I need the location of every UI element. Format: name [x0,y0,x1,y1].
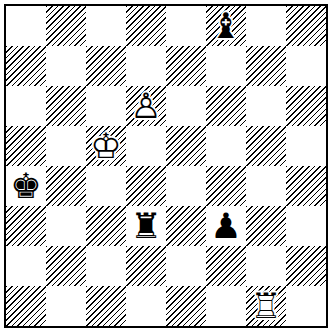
piece-white-pawn: ♙ [126,86,166,126]
square-g8[interactable] [246,6,286,46]
square-e3[interactable] [166,206,206,246]
square-f4[interactable] [206,166,246,206]
piece-halo: ♚ [6,166,46,206]
square-g3[interactable] [246,206,286,246]
piece-black-king: ♚ [6,166,46,206]
square-h2[interactable] [286,246,326,286]
piece-halo: ♚ [86,126,126,166]
square-g7[interactable] [246,46,286,86]
square-c8[interactable] [86,6,126,46]
square-f1[interactable] [206,286,246,326]
square-d3[interactable]: ♜♜ [126,206,166,246]
square-g6[interactable] [246,86,286,126]
square-e8[interactable] [166,6,206,46]
square-d2[interactable] [126,246,166,286]
square-d1[interactable] [126,286,166,326]
square-a6[interactable] [6,86,46,126]
square-b6[interactable] [46,86,86,126]
square-f2[interactable] [206,246,246,286]
square-f3[interactable]: ♟♟ [206,206,246,246]
square-b3[interactable] [46,206,86,246]
square-c5[interactable]: ♚♔ [86,126,126,166]
square-e1[interactable] [166,286,206,326]
square-d8[interactable] [126,6,166,46]
square-g1[interactable]: ♜♖ [246,286,286,326]
square-a8[interactable] [6,6,46,46]
square-g4[interactable] [246,166,286,206]
square-b4[interactable] [46,166,86,206]
square-a7[interactable] [6,46,46,86]
square-b2[interactable] [46,246,86,286]
square-c2[interactable] [86,246,126,286]
piece-white-king: ♔ [86,126,126,166]
square-c7[interactable] [86,46,126,86]
square-e5[interactable] [166,126,206,166]
square-g2[interactable] [246,246,286,286]
square-f7[interactable] [206,46,246,86]
square-f6[interactable] [206,86,246,126]
piece-black-pawn: ♟ [206,206,246,246]
square-c1[interactable] [86,286,126,326]
piece-black-bishop: ♝ [206,6,246,46]
square-h6[interactable] [286,86,326,126]
square-c4[interactable] [86,166,126,206]
square-a2[interactable] [6,246,46,286]
square-h3[interactable] [286,206,326,246]
square-e2[interactable] [166,246,206,286]
square-g5[interactable] [246,126,286,166]
square-d7[interactable] [126,46,166,86]
square-h7[interactable] [286,46,326,86]
chess-diagram: ♝♝♟♙♚♔♚♚♜♜♟♟♜♖ [0,0,332,332]
square-e6[interactable] [166,86,206,126]
square-c6[interactable] [86,86,126,126]
square-f8[interactable]: ♝♝ [206,6,246,46]
square-c3[interactable] [86,206,126,246]
piece-black-rook: ♜ [126,206,166,246]
piece-halo: ♟ [206,206,246,246]
square-b8[interactable] [46,6,86,46]
piece-white-rook: ♖ [246,286,286,326]
square-a3[interactable] [6,206,46,246]
square-b1[interactable] [46,286,86,326]
square-d4[interactable] [126,166,166,206]
square-h5[interactable] [286,126,326,166]
square-d5[interactable] [126,126,166,166]
square-f5[interactable] [206,126,246,166]
chessboard: ♝♝♟♙♚♔♚♚♜♜♟♟♜♖ [4,4,328,328]
square-h8[interactable] [286,6,326,46]
square-d6[interactable]: ♟♙ [126,86,166,126]
square-e7[interactable] [166,46,206,86]
square-a1[interactable] [6,286,46,326]
square-e4[interactable] [166,166,206,206]
square-h4[interactable] [286,166,326,206]
square-b5[interactable] [46,126,86,166]
square-a4[interactable]: ♚♚ [6,166,46,206]
piece-halo: ♝ [206,6,246,46]
piece-halo: ♟ [126,86,166,126]
square-h1[interactable] [286,286,326,326]
piece-halo: ♜ [246,286,286,326]
square-b7[interactable] [46,46,86,86]
square-a5[interactable] [6,126,46,166]
piece-halo: ♜ [126,206,166,246]
